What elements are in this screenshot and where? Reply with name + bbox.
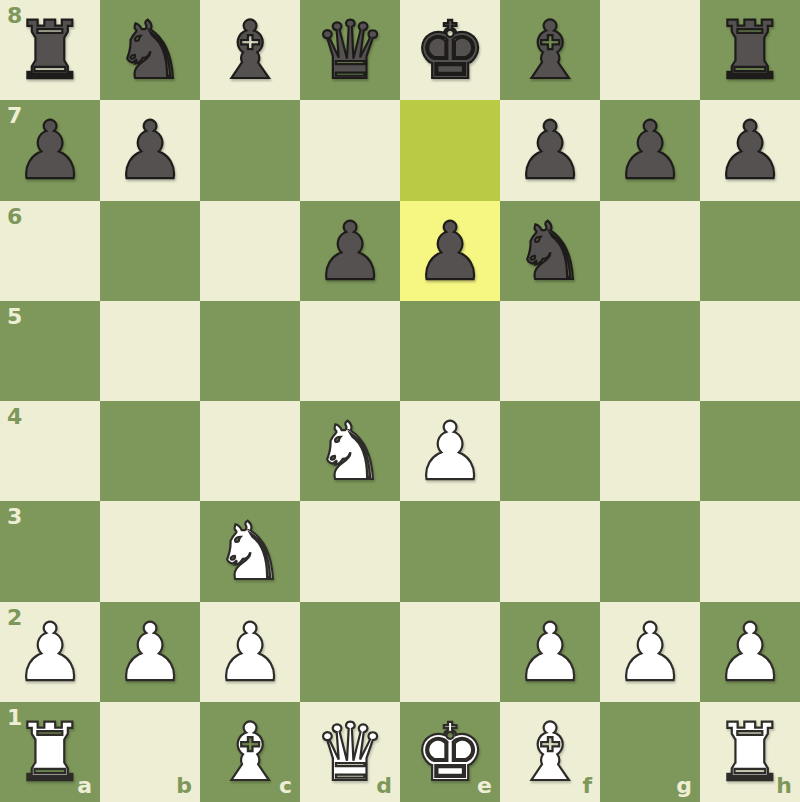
piece-white-pawn-a2[interactable]: ♟ bbox=[0, 602, 100, 702]
piece-white-rook-a1[interactable]: ♜ bbox=[0, 702, 100, 802]
square-b5[interactable] bbox=[100, 301, 200, 401]
square-b7[interactable]: ♟ bbox=[100, 100, 200, 200]
piece-white-pawn-b2[interactable]: ♟ bbox=[100, 602, 200, 702]
square-b3[interactable] bbox=[100, 501, 200, 601]
square-a7[interactable]: 7♟ bbox=[0, 100, 100, 200]
square-f1[interactable]: f♝ bbox=[500, 702, 600, 802]
square-c2[interactable]: ♟ bbox=[200, 602, 300, 702]
square-a4[interactable]: 4 bbox=[0, 401, 100, 501]
square-d8[interactable]: ♛ bbox=[300, 0, 400, 100]
square-h2[interactable]: ♟ bbox=[700, 602, 800, 702]
square-b8[interactable]: ♞ bbox=[100, 0, 200, 100]
piece-white-pawn-e4[interactable]: ♟ bbox=[400, 401, 500, 501]
square-g2[interactable]: ♟ bbox=[600, 602, 700, 702]
piece-black-pawn-h7[interactable]: ♟ bbox=[700, 100, 800, 200]
square-e4[interactable]: ♟ bbox=[400, 401, 500, 501]
piece-black-bishop-f8[interactable]: ♝ bbox=[500, 0, 600, 100]
square-g4[interactable] bbox=[600, 401, 700, 501]
square-d6[interactable]: ♟ bbox=[300, 201, 400, 301]
piece-white-knight-c3[interactable]: ♞ bbox=[200, 501, 300, 601]
file-label-b: b bbox=[176, 775, 192, 797]
piece-white-rook-h1[interactable]: ♜ bbox=[700, 702, 800, 802]
square-d1[interactable]: d♛ bbox=[300, 702, 400, 802]
piece-black-pawn-e6[interactable]: ♟ bbox=[400, 201, 500, 301]
square-c7[interactable] bbox=[200, 100, 300, 200]
square-b1[interactable]: b bbox=[100, 702, 200, 802]
square-h5[interactable] bbox=[700, 301, 800, 401]
square-h1[interactable]: h♜ bbox=[700, 702, 800, 802]
rank-label-6: 6 bbox=[7, 206, 22, 228]
square-a6[interactable]: 6 bbox=[0, 201, 100, 301]
piece-black-bishop-c8[interactable]: ♝ bbox=[200, 0, 300, 100]
square-c4[interactable] bbox=[200, 401, 300, 501]
piece-black-rook-h8[interactable]: ♜ bbox=[700, 0, 800, 100]
piece-white-pawn-h2[interactable]: ♟ bbox=[700, 602, 800, 702]
piece-black-rook-a8[interactable]: ♜ bbox=[0, 0, 100, 100]
square-f7[interactable]: ♟ bbox=[500, 100, 600, 200]
square-f6[interactable]: ♞ bbox=[500, 201, 600, 301]
square-h6[interactable] bbox=[700, 201, 800, 301]
square-h4[interactable] bbox=[700, 401, 800, 501]
square-c6[interactable] bbox=[200, 201, 300, 301]
square-d5[interactable] bbox=[300, 301, 400, 401]
square-g8[interactable] bbox=[600, 0, 700, 100]
rank-label-5: 5 bbox=[7, 306, 22, 328]
square-e5[interactable] bbox=[400, 301, 500, 401]
piece-black-knight-b8[interactable]: ♞ bbox=[100, 0, 200, 100]
piece-white-king-e1[interactable]: ♚ bbox=[400, 702, 500, 802]
square-g7[interactable]: ♟ bbox=[600, 100, 700, 200]
chess-board: 8♜♞♝♛♚♝♜7♟♟♟♟♟6♟♟♞54♞♟3♞2♟♟♟♟♟♟1a♜bc♝d♛e… bbox=[0, 0, 800, 802]
square-c1[interactable]: c♝ bbox=[200, 702, 300, 802]
piece-black-pawn-d6[interactable]: ♟ bbox=[300, 201, 400, 301]
square-b6[interactable] bbox=[100, 201, 200, 301]
square-c3[interactable]: ♞ bbox=[200, 501, 300, 601]
piece-black-pawn-a7[interactable]: ♟ bbox=[0, 100, 100, 200]
square-a8[interactable]: 8♜ bbox=[0, 0, 100, 100]
square-c5[interactable] bbox=[200, 301, 300, 401]
square-f3[interactable] bbox=[500, 501, 600, 601]
piece-white-bishop-c1[interactable]: ♝ bbox=[200, 702, 300, 802]
piece-black-queen-d8[interactable]: ♛ bbox=[300, 0, 400, 100]
square-d7[interactable] bbox=[300, 100, 400, 200]
square-g3[interactable] bbox=[600, 501, 700, 601]
piece-black-pawn-b7[interactable]: ♟ bbox=[100, 100, 200, 200]
piece-black-king-e8[interactable]: ♚ bbox=[400, 0, 500, 100]
square-a1[interactable]: 1a♜ bbox=[0, 702, 100, 802]
square-d3[interactable] bbox=[300, 501, 400, 601]
square-f4[interactable] bbox=[500, 401, 600, 501]
square-d4[interactable]: ♞ bbox=[300, 401, 400, 501]
square-g1[interactable]: g bbox=[600, 702, 700, 802]
piece-white-pawn-g2[interactable]: ♟ bbox=[600, 602, 700, 702]
square-e8[interactable]: ♚ bbox=[400, 0, 500, 100]
square-a5[interactable]: 5 bbox=[0, 301, 100, 401]
square-b2[interactable]: ♟ bbox=[100, 602, 200, 702]
piece-white-pawn-f2[interactable]: ♟ bbox=[500, 602, 600, 702]
square-f5[interactable] bbox=[500, 301, 600, 401]
square-g6[interactable] bbox=[600, 201, 700, 301]
square-e7[interactable] bbox=[400, 100, 500, 200]
square-g5[interactable] bbox=[600, 301, 700, 401]
piece-black-pawn-g7[interactable]: ♟ bbox=[600, 100, 700, 200]
square-h3[interactable] bbox=[700, 501, 800, 601]
piece-white-bishop-f1[interactable]: ♝ bbox=[500, 702, 600, 802]
square-f2[interactable]: ♟ bbox=[500, 602, 600, 702]
piece-white-pawn-c2[interactable]: ♟ bbox=[200, 602, 300, 702]
square-f8[interactable]: ♝ bbox=[500, 0, 600, 100]
square-a2[interactable]: 2♟ bbox=[0, 602, 100, 702]
square-e2[interactable] bbox=[400, 602, 500, 702]
file-label-g: g bbox=[676, 775, 692, 797]
square-b4[interactable] bbox=[100, 401, 200, 501]
square-e1[interactable]: e♚ bbox=[400, 702, 500, 802]
rank-label-4: 4 bbox=[7, 406, 22, 428]
square-a3[interactable]: 3 bbox=[0, 501, 100, 601]
piece-white-queen-d1[interactable]: ♛ bbox=[300, 702, 400, 802]
square-c8[interactable]: ♝ bbox=[200, 0, 300, 100]
square-h7[interactable]: ♟ bbox=[700, 100, 800, 200]
piece-black-knight-f6[interactable]: ♞ bbox=[500, 201, 600, 301]
piece-white-knight-d4[interactable]: ♞ bbox=[300, 401, 400, 501]
square-d2[interactable] bbox=[300, 602, 400, 702]
square-e6[interactable]: ♟ bbox=[400, 201, 500, 301]
rank-label-3: 3 bbox=[7, 506, 22, 528]
square-e3[interactable] bbox=[400, 501, 500, 601]
piece-black-pawn-f7[interactable]: ♟ bbox=[500, 100, 600, 200]
square-h8[interactable]: ♜ bbox=[700, 0, 800, 100]
